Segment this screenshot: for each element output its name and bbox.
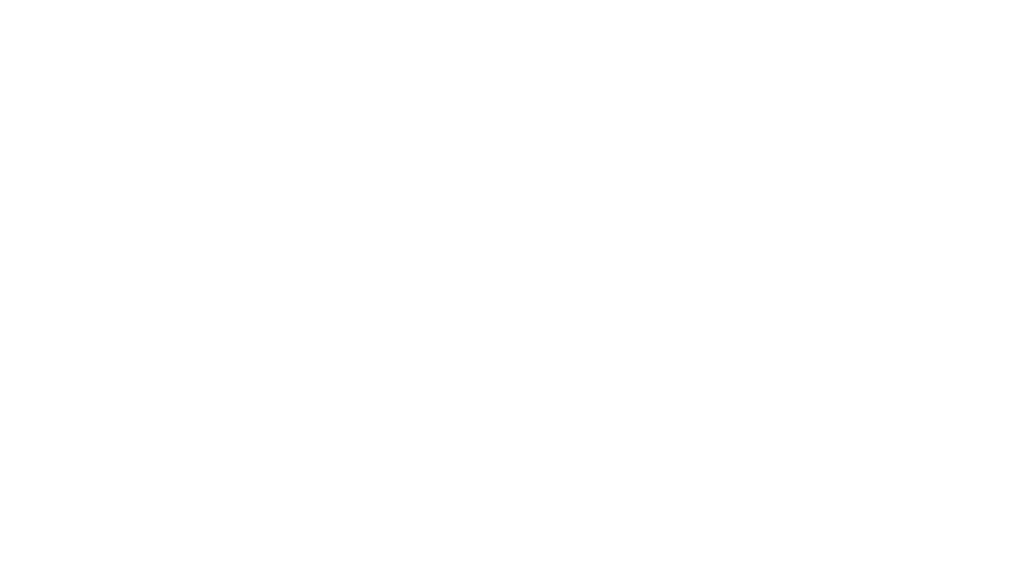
chinese-checkers-scene bbox=[0, 0, 1024, 576]
